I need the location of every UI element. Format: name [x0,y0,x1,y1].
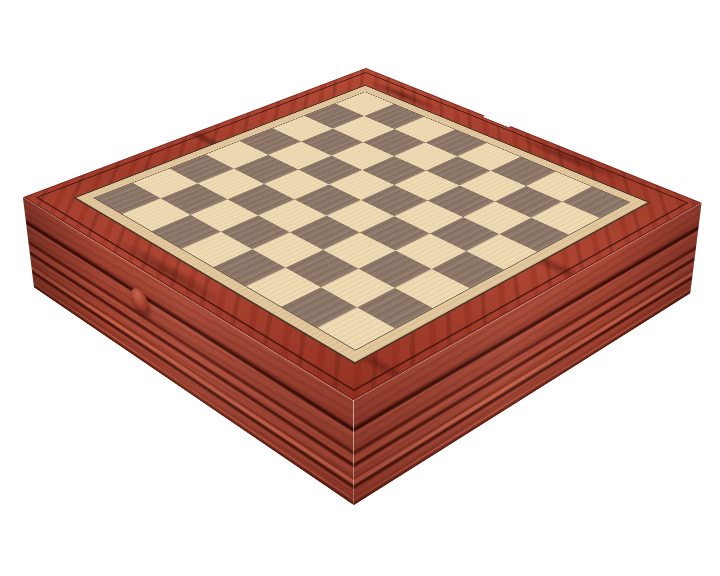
square-f4 [360,216,430,250]
square-h3 [395,269,469,308]
square-h5 [466,234,537,270]
square-g5 [429,217,499,251]
square-e2 [253,232,324,268]
square-h6 [499,217,569,251]
square-c2 [190,199,258,232]
square-e1 [213,249,286,286]
square-g3 [358,250,431,287]
square-b1 [122,198,190,231]
square-g2 [321,268,395,307]
square-g6 [463,201,531,234]
square-h4 [431,251,504,288]
perspective-stage [0,0,720,576]
square-e3 [290,216,360,250]
lid-knob [131,285,149,316]
square-h7 [531,202,599,235]
chess-cabinet [23,68,702,401]
square-g4 [395,233,466,269]
square-g1 [281,287,357,328]
square-d1 [182,232,253,267]
square-f1 [246,268,320,307]
square-d2 [221,215,290,249]
square-f2 [286,250,359,287]
square-f5 [395,201,463,234]
finger-notch [480,116,511,129]
square-c1 [151,215,220,249]
product-photo-scene [0,0,720,576]
square-d3 [258,199,326,232]
square-h1 [317,307,395,350]
square-f3 [324,233,395,269]
cabinet-lid-top [23,68,702,401]
square-h2 [357,288,433,329]
square-e4 [326,200,394,233]
